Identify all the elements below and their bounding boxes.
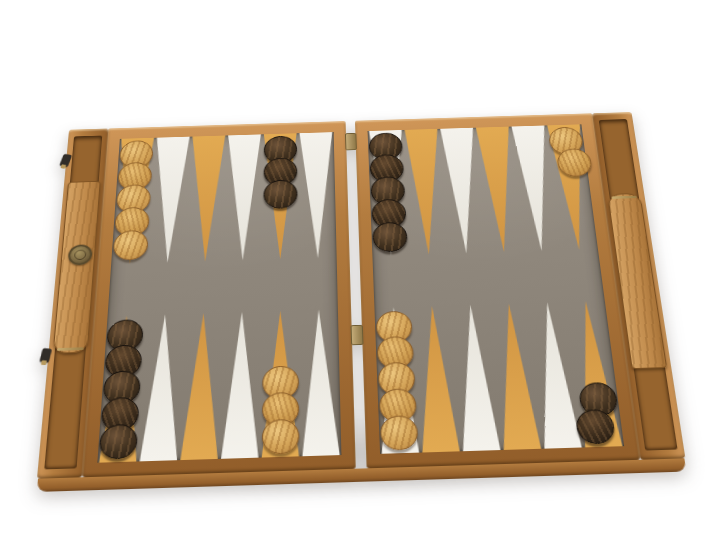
photo-background [0,0,715,550]
stack-point-17 [262,136,299,210]
right-board-half [355,113,640,468]
point-3[interactable] [490,303,543,450]
point-15[interactable] [186,135,226,262]
stack-point-6 [375,311,421,451]
hinge-top-icon [345,133,357,150]
stack-point-24 [546,127,588,178]
case-latch-bottom-icon[interactable] [39,348,51,363]
checker-dark-point-17-3[interactable] [263,180,297,209]
point-22[interactable] [474,127,522,253]
left-board-half [82,121,355,477]
checker-dark-point-19-5[interactable] [373,222,409,253]
point-14[interactable] [149,137,191,264]
backgammon-case [35,112,688,495]
quadrant-top-right [368,124,598,256]
point-9[interactable] [219,311,261,459]
brand-medallion-icon [67,244,92,265]
point-21[interactable] [439,128,485,254]
checker-dark-point-1-2[interactable] [574,409,616,445]
point-7[interactable] [299,309,341,456]
left-board-field [97,132,341,463]
stack-point-12 [98,319,146,460]
stack-point-8 [260,365,301,454]
checker-light-point-13-5[interactable] [113,230,149,261]
point-4[interactable] [451,304,502,451]
quadrant-bottom-left [97,309,341,463]
point-10[interactable] [179,313,223,461]
stack-point-1 [576,382,624,445]
left-lid-brass-edge [57,348,84,352]
point-16[interactable] [224,134,262,261]
stack-point-19 [368,132,410,252]
checker-light-point-6-5[interactable] [380,415,419,451]
quadrant-bottom-right [374,301,624,454]
quadrant-top-left [111,132,337,264]
left-tray-sliding-lid[interactable] [53,181,101,354]
point-11[interactable] [138,314,184,462]
right-board-field [368,124,625,453]
checker-dark-point-12-5[interactable] [99,424,138,460]
hinge-bottom-icon [351,324,364,344]
stack-point-13 [111,140,155,261]
checker-light-point-24-2[interactable] [556,148,593,177]
point-5[interactable] [413,305,462,452]
checker-light-point-8-3[interactable] [262,419,300,455]
case-latch-top-icon[interactable] [59,154,72,167]
point-20[interactable] [403,129,447,255]
right-lid-brass-edge [611,196,637,199]
open-case [37,112,685,479]
point-18[interactable] [298,132,337,259]
